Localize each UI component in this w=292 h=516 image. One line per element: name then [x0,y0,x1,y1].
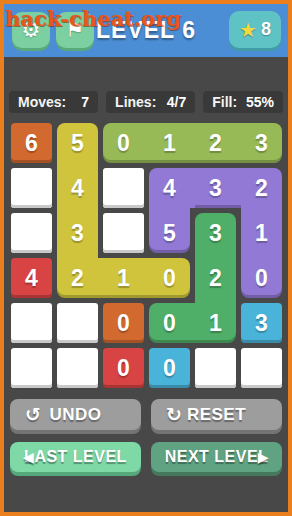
cell-r0c2-lgreen[interactable]: 0 [103,123,144,163]
fill-label: Fill: [212,94,237,110]
undo-label: UNDO [49,405,101,425]
cell-value: 3 [71,222,84,245]
cell-r0c1-yellow[interactable]: 5 [57,123,98,163]
cell-value: 5 [71,132,84,155]
left-arrow-icon: ◀ [23,449,34,465]
cell-r5c5-empty[interactable] [241,348,282,388]
cell-value: 5 [163,222,176,245]
cell-r2c1-yellow[interactable]: 3 [57,213,98,253]
game-screen: { "game": "Lines number-link fill puzzle… [0,0,292,516]
cell-r2c4-dgreen[interactable]: 3 [195,213,236,253]
cell-value: 3 [255,312,268,335]
cell-r1c0-empty[interactable] [11,168,52,208]
right-arrow-icon: ▶ [258,449,269,465]
cell-r4c5-cyan[interactable]: 3 [241,303,282,343]
cell-value: 4 [163,177,176,200]
cell-r1c3-purple[interactable]: 4 [149,168,190,208]
cell-r4c3-dgreen[interactable]: 0 [149,303,190,343]
cell-r4c0-empty[interactable] [11,303,52,343]
cell-r4c2-orange[interactable]: 0 [103,303,144,343]
cell-r2c2-empty[interactable] [103,213,144,253]
cell-r0c5-lgreen[interactable]: 3 [241,123,282,163]
lines-label: Lines: [115,94,156,110]
cell-value: 0 [117,357,130,380]
cell-r2c0-empty[interactable] [11,213,52,253]
cell-value: 0 [163,357,176,380]
cell-r5c3-cyan[interactable]: 0 [149,348,190,388]
cell-value: 1 [209,312,222,335]
cell-value: 0 [117,132,130,155]
undo-icon: ↺ [25,403,41,426]
last-level-button[interactable]: ◀ LAST LEVEL [10,442,141,472]
cell-r3c3-yellow[interactable]: 0 [149,258,190,298]
moves-value: 7 [81,94,89,110]
cell-r1c5-purple[interactable]: 2 [241,168,282,208]
moves-pill: Moves: 7 [9,91,98,113]
star-icon: ★ [239,18,257,42]
cell-value: 0 [117,312,130,335]
cell-r0c4-lgreen[interactable]: 2 [195,123,236,163]
fill-value: 55% [246,94,274,110]
cell-r3c4-dgreen[interactable]: 2 [195,258,236,298]
cell-value: 0 [255,267,268,290]
cell-r3c2-yellow[interactable]: 1 [103,258,144,298]
cell-value: 3 [209,222,222,245]
next-level-label: NEXT LEVEL [165,448,269,466]
puzzle-board: 65012344323531421020001300 [11,123,282,388]
cell-value: 1 [255,222,268,245]
cell-value: 1 [163,132,176,155]
cell-value: 0 [163,312,176,335]
reset-icon: ↻ [166,403,182,426]
cell-r1c4-purple[interactable]: 3 [195,168,236,208]
cell-r1c1-yellow[interactable]: 4 [57,168,98,208]
cell-r1c2-empty[interactable] [103,168,144,208]
moves-label: Moves: [18,94,66,110]
cell-r3c0-red[interactable]: 4 [11,258,52,298]
star-count: 8 [261,19,271,40]
watermark-text: hack-cheat.org [5,6,181,31]
cell-r0c3-lgreen[interactable]: 1 [149,123,190,163]
cell-r2c5-purple[interactable]: 1 [241,213,282,253]
cell-value: 1 [117,267,130,290]
cell-value: 4 [71,177,84,200]
cell-value: 2 [209,267,222,290]
level-nav-row: ◀ LAST LEVEL NEXT LEVEL ▶ [10,442,282,472]
cell-value: 4 [25,267,38,290]
cell-value: 3 [255,132,268,155]
cell-r5c2-red[interactable]: 0 [103,348,144,388]
cell-value: 0 [163,267,176,290]
cell-value: 2 [71,267,84,290]
cell-r3c1-yellow[interactable]: 2 [57,258,98,298]
cell-r5c0-empty[interactable] [11,348,52,388]
cell-r5c1-empty[interactable] [57,348,98,388]
reset-button[interactable]: ↻ RESET [151,399,282,430]
reset-label: RESET [187,405,246,425]
cell-value: 2 [209,132,222,155]
cell-r4c4-dgreen[interactable]: 1 [195,303,236,343]
cell-r0c0-orange[interactable]: 6 [11,123,52,163]
cell-r5c4-empty[interactable] [195,348,236,388]
fill-pill: Fill: 55% [203,91,283,113]
undo-button[interactable]: ↺ UNDO [10,399,141,430]
stars-button[interactable]: ★ 8 [229,11,281,48]
cell-r3c5-purple[interactable]: 0 [241,258,282,298]
last-level-label: LAST LEVEL [24,448,127,466]
lines-value: 4/7 [167,94,186,110]
cell-value: 6 [25,132,38,155]
cell-r4c1-empty[interactable] [57,303,98,343]
undo-reset-row: ↺ UNDO ↻ RESET [10,399,282,430]
cell-r2c3-purple[interactable]: 5 [149,213,190,253]
cell-value: 2 [255,177,268,200]
stats-bar: Moves: 7 Lines: 4/7 Fill: 55% [9,91,283,113]
next-level-button[interactable]: NEXT LEVEL ▶ [151,442,282,472]
cell-value: 3 [209,177,222,200]
lines-pill: Lines: 4/7 [106,91,195,113]
